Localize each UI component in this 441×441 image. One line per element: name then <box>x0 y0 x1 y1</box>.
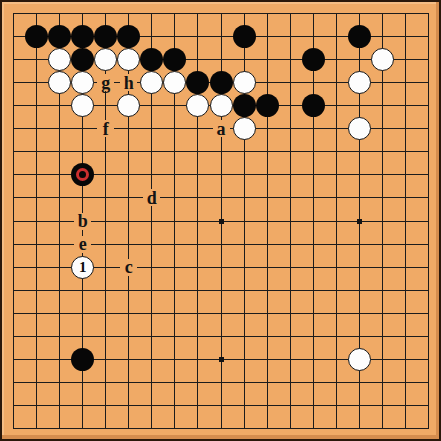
label-d: d <box>143 189 160 206</box>
grid-line <box>405 13 406 429</box>
black-stone <box>256 94 279 117</box>
grid-line <box>13 405 429 406</box>
white-stone <box>233 71 256 94</box>
label-h: h <box>120 74 137 91</box>
black-stone <box>71 348 94 371</box>
black-stone <box>71 48 94 71</box>
label-g: g <box>97 74 114 91</box>
label-c: c <box>120 259 137 276</box>
star-point <box>219 357 224 362</box>
black-stone <box>117 25 140 48</box>
star-point <box>357 219 362 224</box>
black-stone <box>186 71 209 94</box>
white-stone <box>186 94 209 117</box>
grid-line <box>13 313 429 314</box>
black-stone <box>25 25 48 48</box>
black-stone <box>302 94 325 117</box>
white-stone <box>371 48 394 71</box>
black-stone <box>48 25 71 48</box>
white-stone <box>348 117 371 140</box>
grid-line <box>428 13 429 429</box>
move-number-label: 1 <box>79 260 87 275</box>
black-stone <box>210 71 233 94</box>
black-stone <box>233 94 256 117</box>
black-stone <box>233 25 256 48</box>
black-stone <box>140 48 163 71</box>
grid-line <box>13 290 429 291</box>
white-stone <box>117 48 140 71</box>
go-board: 1abcdefgh <box>0 0 441 441</box>
white-stone <box>71 94 94 117</box>
label-b: b <box>74 213 91 230</box>
black-stone <box>302 48 325 71</box>
grid-line <box>13 428 429 429</box>
white-stone <box>348 71 371 94</box>
star-point <box>219 219 224 224</box>
white-stone <box>210 94 233 117</box>
white-stone <box>48 48 71 71</box>
grid-line <box>382 13 383 429</box>
white-stone <box>140 71 163 94</box>
white-stone <box>348 348 371 371</box>
white-stone <box>48 71 71 94</box>
grid-line <box>336 13 337 429</box>
white-stone <box>233 117 256 140</box>
grid-line <box>290 13 291 429</box>
label-f: f <box>97 120 114 137</box>
label-a: a <box>213 120 230 137</box>
white-stone <box>94 48 117 71</box>
label-e: e <box>74 236 91 253</box>
white-stone-move-1: 1 <box>71 256 94 279</box>
black-stone <box>94 25 117 48</box>
grid-line <box>313 13 314 429</box>
white-stone <box>163 71 186 94</box>
black-stone <box>163 48 186 71</box>
grid-line <box>13 336 429 337</box>
black-stone <box>348 25 371 48</box>
black-stone <box>71 25 94 48</box>
white-stone <box>117 94 140 117</box>
grid-line <box>13 382 429 383</box>
white-stone <box>71 71 94 94</box>
grid-line <box>267 13 268 429</box>
